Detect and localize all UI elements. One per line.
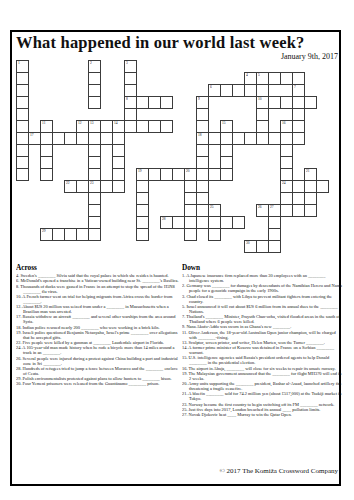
clue-down-13: 13. Sculptor, screen printer, and writer… xyxy=(182,340,342,345)
clue-down-7: 7. Thailand's ________ Minister, Prayuth… xyxy=(182,314,342,324)
grid-cell-r6c23[interactable] xyxy=(292,132,305,145)
cell-number-4: 4 xyxy=(246,73,248,77)
cell-number-3: 3 xyxy=(126,61,128,65)
clue-down-5: 5. Israel announced it will cut about $U… xyxy=(182,304,342,314)
clue-across-19: 19. Israeli police questioned Benjamin N… xyxy=(16,330,179,340)
puzzle-page: What happened in our world last week? Ja… xyxy=(0,0,354,500)
down-clues-column: Down 1. A Japanese insurance firm replac… xyxy=(182,263,342,465)
clue-down-16: 16. The airport in Abuja, ________ will … xyxy=(182,365,342,370)
cell-number-9: 9 xyxy=(198,97,200,101)
grid-cell-r5c12[interactable] xyxy=(160,120,173,133)
clue-down-14: 14. A former prime minister of Kosovo wa… xyxy=(182,345,342,355)
across-clues-column: Across 4. Sweden's ________ Silvia said … xyxy=(16,263,179,463)
cell-number-18: 18 xyxy=(198,133,202,137)
grid-cell-r10c25[interactable] xyxy=(316,180,329,193)
clue-down-9: 9. Nana Akufo-Addo was sworn in as Ghana… xyxy=(182,324,342,329)
grid-cell-r9c17[interactable] xyxy=(220,168,233,181)
grid-cell-r12c24[interactable] xyxy=(304,204,317,217)
grid-cell-r3c6[interactable] xyxy=(88,96,101,109)
cell-number-7: 7 xyxy=(294,85,296,89)
grid-cell-r14c14[interactable] xyxy=(184,228,197,241)
grid-cell-r10c8[interactable] xyxy=(112,180,125,193)
clue-across-4: 4. Sweden's ________ Silvia said that th… xyxy=(16,273,179,278)
cell-number-13: 13 xyxy=(90,121,94,125)
down-header: Down xyxy=(182,263,342,271)
grid-cell-r14c6[interactable] xyxy=(88,228,101,241)
clue-down-20: 20. Army units supporting the ________ p… xyxy=(182,381,342,391)
across-header: Across xyxy=(16,263,179,271)
cell-number-14: 14 xyxy=(114,121,118,125)
grid-cell-r14c10[interactable] xyxy=(136,228,149,241)
cell-number-10: 10 xyxy=(258,97,262,101)
cell-number-24: 24 xyxy=(282,181,286,185)
clue-down-2: 2. Germany was ________ for damages by d… xyxy=(182,283,342,293)
clue-across-8: 8. Thousands of ducks were gassed in Fra… xyxy=(16,283,179,293)
cell-number-11: 11 xyxy=(42,121,45,125)
clue-across-6: 6. McDonald's opened a franchise in a Va… xyxy=(16,278,179,283)
clue-across-24: 24. A 105-year-old man made history when… xyxy=(16,345,179,355)
clue-down-21: 21. A bluefin ________ sold for 74.2 mil… xyxy=(182,391,342,401)
page-title: What happened in our world last week? xyxy=(16,33,326,53)
clue-down-27: 27. Novak Djokovic beat ____ Murray to w… xyxy=(182,412,342,417)
down-clue-list: 1. A Japanese insurance firm replaced mo… xyxy=(182,273,342,417)
cell-number-8: 8 xyxy=(126,97,128,101)
clue-across-29: 29. Polish environmentalists protested a… xyxy=(16,376,179,381)
clue-across-26: 26. Several people were injured during a… xyxy=(16,355,179,365)
cell-number-28: 28 xyxy=(162,217,166,221)
clue-across-28: 28. Hundreds of refugees tried to jump a… xyxy=(16,366,179,376)
cell-number-26: 26 xyxy=(258,205,262,209)
cell-number-29: 29 xyxy=(42,229,46,233)
cell-number-2: 2 xyxy=(90,61,92,65)
across-clue-list: 4. Sweden's ________ Silvia said that th… xyxy=(16,273,179,386)
cell-number-5: 5 xyxy=(258,73,260,77)
cell-number-22: 22 xyxy=(66,181,70,185)
grid-cell-r3c24[interactable] xyxy=(304,96,317,109)
copyright-footer: © 2017 The Komiža Crossword Company xyxy=(219,467,338,475)
clue-down-19: 19. The Malaysian government announced t… xyxy=(182,371,342,381)
cell-number-15: 15 xyxy=(222,121,226,125)
clue-across-22: 22. Five people were killed by a gunman … xyxy=(16,340,179,345)
cell-number-16: 16 xyxy=(282,121,286,125)
grid-cell-r14c16[interactable] xyxy=(208,228,221,241)
cell-number-6: 6 xyxy=(210,85,212,89)
clue-across-10: 10. A French farmer went on trial for he… xyxy=(16,294,179,304)
crossword-grid: 1234567891011121314151617181920212223242… xyxy=(16,60,331,255)
clue-down-25: 25. Just five days into 2017, London bre… xyxy=(182,407,342,412)
cell-number-19: 19 xyxy=(138,169,142,173)
clue-across-30: 30. Four Yemeni prisoners were released … xyxy=(16,381,179,386)
grid-cell-r3c12[interactable] xyxy=(160,96,173,109)
grid-cell-r15c21[interactable] xyxy=(268,240,281,253)
cell-number-20: 20 xyxy=(186,169,190,173)
clue-down-11: 11. Oliver Anderson, the 18-year-old Aus… xyxy=(182,329,342,339)
cell-number-21: 21 xyxy=(306,169,310,173)
cell-number-12: 12 xyxy=(78,121,82,125)
cell-number-23: 23 xyxy=(90,181,94,185)
clue-across-17: 17. Russia withdrew an aircraft ________… xyxy=(16,314,179,324)
cell-number-1: 1 xyxy=(18,61,20,65)
clue-down-1: 1. A Japanese insurance firm replaced mo… xyxy=(182,273,342,283)
cell-number-30: 30 xyxy=(246,241,250,245)
grid-cell-r9c2[interactable] xyxy=(40,168,53,181)
grid-cell-r13c18[interactable] xyxy=(232,216,245,229)
clue-down-15: 15. U.S. intelligence agencies said Russ… xyxy=(182,355,342,365)
clue-down-23: 23. Norway became the first country to b… xyxy=(182,401,342,406)
cell-number-27: 27 xyxy=(270,205,274,209)
grid-cell-r9c0[interactable] xyxy=(16,168,29,181)
clue-down-3: 3. Chad closed its ________ with Libya t… xyxy=(182,293,342,303)
cell-number-25: 25 xyxy=(210,205,214,209)
clue-across-12: 12. About $US 20 million was seized from… xyxy=(16,304,179,314)
clue-across-18: 18. Indian police rescued nearly 200 ___… xyxy=(16,324,179,329)
cell-number-17: 17 xyxy=(30,133,34,137)
